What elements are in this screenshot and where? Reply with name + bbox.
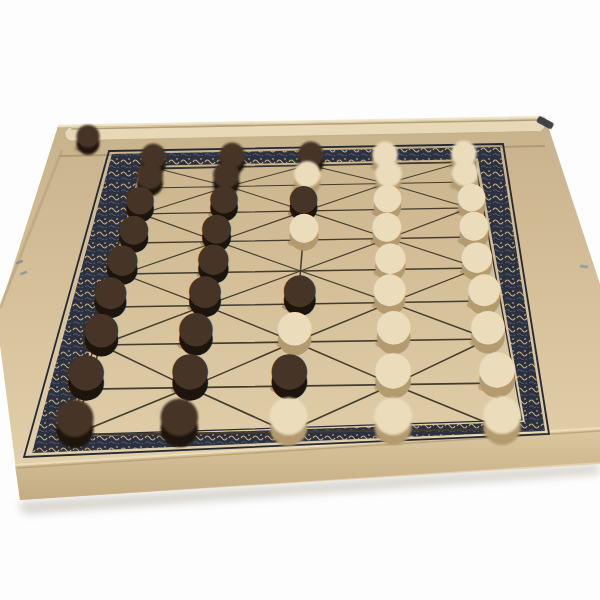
- piece-light[interactable]: ●●: [480, 382, 523, 451]
- svg-text:●: ●: [480, 382, 523, 440]
- piece-dark[interactable]: ●●: [53, 385, 96, 454]
- piece-light[interactable]: ●●: [267, 383, 310, 452]
- loose-piece-dark[interactable]: ●●: [74, 116, 101, 158]
- svg-text:●: ●: [371, 383, 414, 441]
- svg-text:●: ●: [53, 385, 96, 443]
- piece-light[interactable]: ●●: [371, 383, 414, 452]
- svg-text:●: ●: [158, 384, 201, 442]
- svg-text:●: ●: [75, 116, 102, 151]
- svg-text:●: ●: [287, 203, 320, 247]
- piece-dark[interactable]: ●●: [158, 384, 201, 453]
- fanorona-board: ●●●●●●●●●●●●●●●●●●●●●●●●●●●●●●●●●●●●●●●●…: [0, 0, 600, 600]
- photo-scene: ●●●●●●●●●●●●●●●●●●●●●●●●●●●●●●●●●●●●●●●●…: [0, 0, 600, 600]
- piece-light[interactable]: ●●: [287, 203, 320, 255]
- svg-text:●: ●: [267, 383, 310, 441]
